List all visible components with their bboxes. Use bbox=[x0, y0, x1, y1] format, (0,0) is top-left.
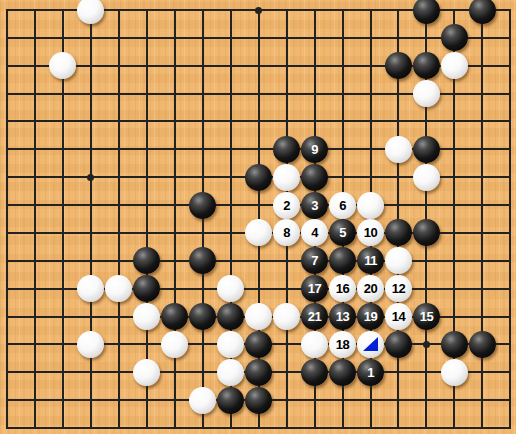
grid-line bbox=[509, 9, 511, 429]
stone-white[interactable] bbox=[217, 275, 244, 302]
stone-white[interactable] bbox=[273, 303, 300, 330]
stone-white[interactable] bbox=[301, 331, 328, 358]
stone-black[interactable] bbox=[385, 331, 412, 358]
move-number: 11 bbox=[364, 254, 377, 267]
stone-black[interactable] bbox=[245, 359, 272, 386]
grid-line bbox=[6, 204, 512, 206]
stone-white[interactable] bbox=[413, 80, 440, 107]
stone-black[interactable] bbox=[469, 0, 496, 24]
stone-white[interactable] bbox=[161, 331, 188, 358]
go-board[interactable]: 923684510711171620122113191415181 bbox=[0, 0, 516, 434]
stone-black[interactable] bbox=[413, 136, 440, 163]
move-number: 3 bbox=[311, 199, 318, 212]
stone-black[interactable] bbox=[441, 24, 468, 51]
stone-white[interactable]: 4 bbox=[301, 219, 328, 246]
stone-black[interactable] bbox=[133, 275, 160, 302]
stone-white[interactable]: 12 bbox=[385, 275, 412, 302]
move-number: 9 bbox=[311, 143, 318, 156]
move-number: 16 bbox=[336, 282, 349, 295]
stone-black[interactable] bbox=[245, 387, 272, 414]
move-number: 6 bbox=[339, 199, 346, 212]
move-number: 17 bbox=[308, 282, 321, 295]
stone-white[interactable] bbox=[413, 164, 440, 191]
stone-white[interactable] bbox=[105, 275, 132, 302]
move-number: 5 bbox=[339, 226, 346, 239]
stone-white[interactable] bbox=[133, 303, 160, 330]
stone-white[interactable] bbox=[441, 52, 468, 79]
stone-black[interactable] bbox=[385, 219, 412, 246]
move-number: 14 bbox=[392, 310, 405, 323]
stone-black[interactable] bbox=[329, 359, 356, 386]
stone-black[interactable]: 15 bbox=[413, 303, 440, 330]
grid-line bbox=[6, 37, 512, 39]
stone-white[interactable] bbox=[357, 192, 384, 219]
stone-black[interactable] bbox=[441, 331, 468, 358]
stone-black[interactable]: 5 bbox=[329, 219, 356, 246]
stone-black[interactable] bbox=[189, 247, 216, 274]
stone-white[interactable]: 6 bbox=[329, 192, 356, 219]
stone-black[interactable]: 11 bbox=[357, 247, 384, 274]
stone-white[interactable]: 8 bbox=[273, 219, 300, 246]
stone-black[interactable] bbox=[189, 192, 216, 219]
move-number: 18 bbox=[336, 338, 349, 351]
move-number: 8 bbox=[283, 226, 290, 239]
stone-white[interactable] bbox=[245, 219, 272, 246]
stone-black[interactable]: 7 bbox=[301, 247, 328, 274]
stone-black[interactable] bbox=[301, 359, 328, 386]
grid-line bbox=[34, 9, 36, 429]
stone-black[interactable] bbox=[133, 247, 160, 274]
stone-white[interactable] bbox=[273, 164, 300, 191]
grid-line bbox=[6, 9, 8, 429]
stone-white[interactable] bbox=[77, 275, 104, 302]
stone-black[interactable] bbox=[385, 52, 412, 79]
stone-black[interactable]: 19 bbox=[357, 303, 384, 330]
stone-black[interactable]: 1 bbox=[357, 359, 384, 386]
stone-white[interactable] bbox=[133, 359, 160, 386]
stone-black[interactable]: 9 bbox=[301, 136, 328, 163]
stone-black[interactable]: 3 bbox=[301, 192, 328, 219]
star-point bbox=[255, 7, 262, 14]
stone-white[interactable]: 2 bbox=[273, 192, 300, 219]
stone-white[interactable] bbox=[217, 331, 244, 358]
grid-line bbox=[6, 260, 512, 262]
stone-white[interactable]: 16 bbox=[329, 275, 356, 302]
stone-black[interactable] bbox=[413, 52, 440, 79]
stone-white[interactable]: 18 bbox=[329, 331, 356, 358]
grid-line bbox=[6, 120, 512, 122]
move-number: 15 bbox=[420, 310, 433, 323]
stone-black[interactable] bbox=[161, 303, 188, 330]
move-number: 12 bbox=[392, 282, 405, 295]
grid-line bbox=[6, 427, 512, 429]
move-number: 7 bbox=[311, 254, 318, 267]
stone-black[interactable] bbox=[413, 0, 440, 24]
move-number: 20 bbox=[364, 282, 377, 295]
stone-white[interactable] bbox=[217, 359, 244, 386]
move-number: 2 bbox=[283, 199, 290, 212]
stone-black[interactable]: 13 bbox=[329, 303, 356, 330]
stone-black[interactable] bbox=[217, 303, 244, 330]
star-point bbox=[87, 174, 94, 181]
stone-white[interactable]: 14 bbox=[385, 303, 412, 330]
move-number: 1 bbox=[367, 366, 374, 379]
stone-black[interactable] bbox=[273, 136, 300, 163]
star-point bbox=[423, 341, 430, 348]
stone-black[interactable] bbox=[245, 164, 272, 191]
stone-black[interactable]: 21 bbox=[301, 303, 328, 330]
stone-white[interactable] bbox=[245, 303, 272, 330]
stone-black[interactable]: 17 bbox=[301, 275, 328, 302]
stone-black[interactable] bbox=[301, 164, 328, 191]
grid-line bbox=[90, 9, 92, 429]
stone-white[interactable] bbox=[385, 247, 412, 274]
stone-white[interactable] bbox=[77, 331, 104, 358]
grid-line bbox=[481, 9, 483, 429]
stone-white[interactable]: 20 bbox=[357, 275, 384, 302]
move-number: 10 bbox=[364, 226, 377, 239]
stone-black[interactable] bbox=[245, 331, 272, 358]
grid-line bbox=[202, 9, 204, 429]
blue-triangle-marker-icon bbox=[363, 337, 378, 351]
stone-white[interactable] bbox=[385, 136, 412, 163]
stone-black[interactable] bbox=[469, 331, 496, 358]
move-number: 21 bbox=[308, 310, 321, 323]
grid-line bbox=[174, 9, 176, 429]
stone-black[interactable] bbox=[217, 387, 244, 414]
stone-white[interactable]: 10 bbox=[357, 219, 384, 246]
stone-white[interactable] bbox=[77, 0, 104, 24]
stone-white[interactable] bbox=[189, 387, 216, 414]
move-number: 4 bbox=[311, 226, 318, 239]
grid-line bbox=[118, 9, 120, 429]
stone-white[interactable] bbox=[357, 331, 384, 358]
stone-black[interactable] bbox=[413, 219, 440, 246]
move-number: 19 bbox=[364, 310, 377, 323]
stone-black[interactable] bbox=[329, 247, 356, 274]
stone-black[interactable] bbox=[189, 303, 216, 330]
stone-white[interactable] bbox=[49, 52, 76, 79]
stone-white[interactable] bbox=[441, 359, 468, 386]
move-number: 13 bbox=[336, 310, 349, 323]
